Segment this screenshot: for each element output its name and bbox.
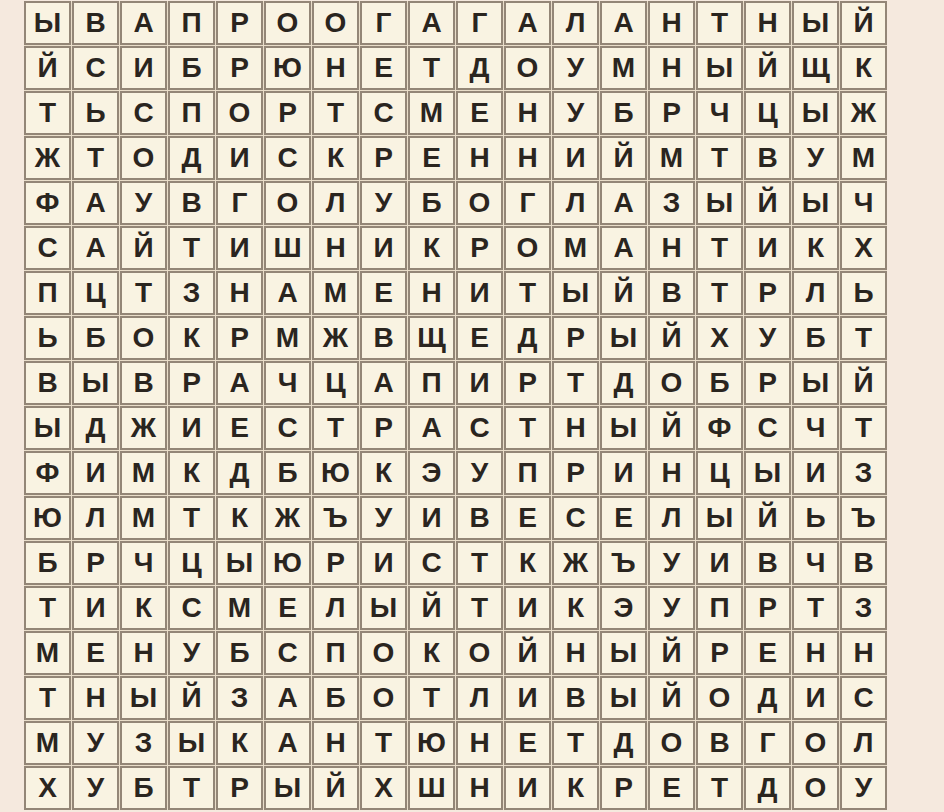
grid-cell[interactable]: Ю	[264, 541, 311, 585]
grid-cell[interactable]: Й	[120, 226, 167, 270]
grid-cell[interactable]: П	[24, 271, 71, 315]
grid-cell[interactable]: И	[504, 676, 551, 720]
grid-cell[interactable]: Ы	[264, 766, 311, 810]
grid-cell[interactable]: И	[552, 136, 599, 180]
grid-cell[interactable]: Ы	[792, 1, 839, 45]
grid-cell[interactable]: Т	[552, 721, 599, 765]
grid-cell[interactable]: Х	[696, 316, 743, 360]
grid-cell[interactable]: Р	[360, 406, 407, 450]
grid-cell[interactable]: И	[408, 496, 455, 540]
grid-cell[interactable]: Н	[312, 46, 359, 90]
grid-cell[interactable]: И	[360, 541, 407, 585]
grid-cell[interactable]: О	[216, 91, 263, 135]
grid-cell[interactable]: И	[600, 451, 647, 495]
grid-cell[interactable]: Ы	[792, 181, 839, 225]
grid-cell[interactable]: Ы	[552, 271, 599, 315]
grid-cell[interactable]: Ч	[840, 181, 887, 225]
grid-cell[interactable]: Б	[696, 361, 743, 405]
grid-cell[interactable]: З	[648, 181, 695, 225]
grid-cell[interactable]: Т	[360, 721, 407, 765]
grid-cell[interactable]: А	[408, 406, 455, 450]
grid-cell[interactable]: Т	[120, 271, 167, 315]
grid-cell[interactable]: Н	[504, 91, 551, 135]
grid-cell[interactable]: П	[408, 361, 455, 405]
grid-cell[interactable]: Ы	[696, 181, 743, 225]
grid-cell[interactable]: О	[792, 721, 839, 765]
grid-cell[interactable]: К	[312, 136, 359, 180]
grid-cell[interactable]: Т	[408, 46, 455, 90]
grid-cell[interactable]: И	[72, 451, 119, 495]
grid-cell[interactable]: Т	[456, 586, 503, 630]
grid-cell[interactable]: Н	[792, 631, 839, 675]
grid-cell[interactable]: Т	[696, 271, 743, 315]
grid-cell[interactable]: Н	[840, 631, 887, 675]
grid-cell[interactable]: Н	[456, 721, 503, 765]
grid-cell[interactable]: Р	[72, 541, 119, 585]
grid-cell[interactable]: Ч	[792, 406, 839, 450]
grid-cell[interactable]: К	[552, 586, 599, 630]
grid-cell[interactable]: У	[72, 721, 119, 765]
grid-cell[interactable]: Ж	[120, 406, 167, 450]
grid-cell[interactable]: Г	[504, 181, 551, 225]
grid-cell[interactable]: И	[696, 541, 743, 585]
grid-cell[interactable]: Й	[648, 316, 695, 360]
grid-cell[interactable]: В	[456, 496, 503, 540]
grid-cell[interactable]: У	[360, 496, 407, 540]
grid-cell[interactable]: С	[456, 406, 503, 450]
grid-cell[interactable]: Н	[648, 1, 695, 45]
grid-cell[interactable]: Ц	[72, 271, 119, 315]
grid-cell[interactable]: Й	[648, 631, 695, 675]
grid-cell[interactable]: И	[72, 586, 119, 630]
grid-cell[interactable]: М	[120, 451, 167, 495]
grid-cell[interactable]: Г	[744, 721, 791, 765]
grid-cell[interactable]: Б	[600, 91, 647, 135]
grid-cell[interactable]: Й	[600, 271, 647, 315]
grid-cell[interactable]: Т	[408, 676, 455, 720]
grid-cell[interactable]: Ы	[24, 1, 71, 45]
grid-cell[interactable]: Ы	[120, 676, 167, 720]
grid-cell[interactable]: Д	[72, 406, 119, 450]
grid-cell[interactable]: Н	[552, 406, 599, 450]
grid-cell[interactable]: Л	[456, 676, 503, 720]
grid-cell[interactable]: В	[120, 361, 167, 405]
grid-cell[interactable]: Д	[744, 766, 791, 810]
grid-cell[interactable]: И	[456, 361, 503, 405]
grid-cell[interactable]: Ч	[792, 541, 839, 585]
grid-cell[interactable]: У	[552, 46, 599, 90]
grid-cell[interactable]: Н	[744, 1, 791, 45]
grid-cell[interactable]: З	[216, 676, 263, 720]
grid-cell[interactable]: Т	[504, 406, 551, 450]
grid-cell[interactable]: Н	[552, 631, 599, 675]
grid-cell[interactable]: Б	[216, 631, 263, 675]
grid-cell[interactable]: С	[840, 676, 887, 720]
grid-cell[interactable]: С	[168, 586, 215, 630]
grid-cell[interactable]: Ы	[168, 721, 215, 765]
grid-cell[interactable]: Р	[744, 586, 791, 630]
grid-cell[interactable]: С	[72, 46, 119, 90]
grid-cell[interactable]: Н	[312, 226, 359, 270]
grid-cell[interactable]: Ч	[264, 361, 311, 405]
grid-cell[interactable]: Р	[264, 91, 311, 135]
grid-cell[interactable]: Й	[504, 631, 551, 675]
grid-cell[interactable]: Е	[504, 496, 551, 540]
grid-cell[interactable]: Д	[216, 451, 263, 495]
grid-cell[interactable]: Ы	[744, 451, 791, 495]
grid-cell[interactable]: М	[264, 316, 311, 360]
grid-cell[interactable]: Ш	[408, 766, 455, 810]
grid-cell[interactable]: Т	[840, 406, 887, 450]
grid-cell[interactable]: Т	[696, 226, 743, 270]
grid-cell[interactable]: Б	[72, 316, 119, 360]
grid-cell[interactable]: З	[120, 721, 167, 765]
grid-cell[interactable]: Н	[456, 766, 503, 810]
grid-cell[interactable]: А	[264, 271, 311, 315]
grid-cell[interactable]: Т	[72, 136, 119, 180]
grid-cell[interactable]: Ь	[840, 271, 887, 315]
grid-cell[interactable]: И	[504, 766, 551, 810]
grid-cell[interactable]: О	[648, 721, 695, 765]
grid-cell[interactable]: Р	[744, 271, 791, 315]
grid-cell[interactable]: Н	[648, 46, 695, 90]
grid-cell[interactable]: Ы	[696, 496, 743, 540]
grid-cell[interactable]: Ц	[744, 91, 791, 135]
grid-cell[interactable]: М	[312, 271, 359, 315]
grid-cell[interactable]: З	[840, 586, 887, 630]
grid-cell[interactable]: Й	[168, 676, 215, 720]
grid-cell[interactable]: П	[696, 586, 743, 630]
grid-cell[interactable]: У	[120, 181, 167, 225]
grid-cell[interactable]: Ы	[696, 46, 743, 90]
grid-cell[interactable]: Т	[696, 766, 743, 810]
grid-cell[interactable]: С	[24, 226, 71, 270]
grid-cell[interactable]: Э	[600, 586, 647, 630]
grid-cell[interactable]: У	[168, 631, 215, 675]
grid-cell[interactable]: Е	[72, 631, 119, 675]
grid-cell[interactable]: Р	[552, 451, 599, 495]
grid-cell[interactable]: С	[552, 496, 599, 540]
grid-cell[interactable]: К	[552, 766, 599, 810]
grid-cell[interactable]: Й	[648, 406, 695, 450]
grid-cell[interactable]: Ч	[696, 91, 743, 135]
grid-cell[interactable]: М	[216, 586, 263, 630]
grid-cell[interactable]: Й	[600, 136, 647, 180]
grid-cell[interactable]: А	[264, 721, 311, 765]
grid-cell[interactable]: Т	[552, 361, 599, 405]
grid-cell[interactable]: О	[456, 631, 503, 675]
grid-cell[interactable]: Ь	[72, 91, 119, 135]
grid-cell[interactable]: В	[744, 136, 791, 180]
grid-cell[interactable]: И	[792, 676, 839, 720]
grid-cell[interactable]: Р	[360, 136, 407, 180]
grid-cell[interactable]: М	[552, 226, 599, 270]
grid-cell[interactable]: Т	[168, 496, 215, 540]
grid-cell[interactable]: А	[72, 181, 119, 225]
grid-cell[interactable]: Щ	[792, 46, 839, 90]
grid-cell[interactable]: Р	[216, 316, 263, 360]
grid-cell[interactable]: Ы	[216, 541, 263, 585]
grid-cell[interactable]: Л	[792, 271, 839, 315]
grid-cell[interactable]: Н	[72, 676, 119, 720]
grid-cell[interactable]: А	[600, 1, 647, 45]
grid-cell[interactable]: И	[744, 226, 791, 270]
grid-cell[interactable]: Ц	[696, 451, 743, 495]
grid-cell[interactable]: В	[168, 181, 215, 225]
grid-cell[interactable]: О	[504, 46, 551, 90]
grid-cell[interactable]: Ъ	[600, 541, 647, 585]
grid-cell[interactable]: Т	[504, 271, 551, 315]
grid-cell[interactable]: В	[552, 676, 599, 720]
grid-cell[interactable]: К	[216, 721, 263, 765]
grid-cell[interactable]: Ы	[72, 361, 119, 405]
grid-cell[interactable]: М	[648, 136, 695, 180]
grid-cell[interactable]: Х	[360, 766, 407, 810]
grid-cell[interactable]: Ж	[312, 316, 359, 360]
grid-cell[interactable]: А	[216, 361, 263, 405]
grid-cell[interactable]: Т	[168, 766, 215, 810]
grid-cell[interactable]: К	[120, 586, 167, 630]
grid-cell[interactable]: Ь	[24, 316, 71, 360]
grid-cell[interactable]: Е	[456, 316, 503, 360]
grid-cell[interactable]: Л	[72, 496, 119, 540]
grid-cell[interactable]: Г	[216, 181, 263, 225]
grid-cell[interactable]: И	[168, 406, 215, 450]
grid-cell[interactable]: С	[408, 541, 455, 585]
grid-cell[interactable]: Б	[792, 316, 839, 360]
grid-cell[interactable]: Ш	[264, 226, 311, 270]
grid-cell[interactable]: Ы	[600, 406, 647, 450]
grid-cell[interactable]: С	[264, 631, 311, 675]
grid-cell[interactable]: Ъ	[312, 496, 359, 540]
grid-cell[interactable]: В	[696, 721, 743, 765]
grid-cell[interactable]: К	[408, 631, 455, 675]
grid-cell[interactable]: Т	[312, 406, 359, 450]
grid-cell[interactable]: А	[72, 226, 119, 270]
grid-cell[interactable]: Т	[24, 676, 71, 720]
grid-cell[interactable]: П	[168, 1, 215, 45]
grid-cell[interactable]: К	[408, 226, 455, 270]
grid-cell[interactable]: Д	[600, 721, 647, 765]
grid-cell[interactable]: Т	[24, 586, 71, 630]
grid-cell[interactable]: Б	[24, 541, 71, 585]
grid-cell[interactable]: К	[360, 451, 407, 495]
grid-cell[interactable]: П	[168, 91, 215, 135]
grid-cell[interactable]: Й	[840, 361, 887, 405]
grid-cell[interactable]: З	[840, 451, 887, 495]
grid-cell[interactable]: И	[216, 226, 263, 270]
grid-cell[interactable]: Ю	[408, 721, 455, 765]
grid-cell[interactable]: Х	[840, 226, 887, 270]
grid-cell[interactable]: К	[168, 451, 215, 495]
grid-cell[interactable]: Р	[312, 541, 359, 585]
grid-cell[interactable]: М	[120, 496, 167, 540]
grid-cell[interactable]: Н	[408, 271, 455, 315]
grid-cell[interactable]: А	[600, 226, 647, 270]
grid-cell[interactable]: Ж	[840, 91, 887, 135]
grid-cell[interactable]: И	[504, 586, 551, 630]
grid-cell[interactable]: Ж	[24, 136, 71, 180]
grid-cell[interactable]: И	[120, 46, 167, 90]
grid-cell[interactable]: У	[792, 136, 839, 180]
grid-cell[interactable]: О	[696, 676, 743, 720]
grid-cell[interactable]: Ы	[360, 586, 407, 630]
grid-cell[interactable]: Ф	[696, 406, 743, 450]
grid-cell[interactable]: Т	[792, 586, 839, 630]
grid-cell[interactable]: Т	[456, 541, 503, 585]
grid-cell[interactable]: Л	[312, 586, 359, 630]
grid-cell[interactable]: А	[360, 361, 407, 405]
grid-cell[interactable]: Й	[744, 496, 791, 540]
grid-cell[interactable]: Ц	[168, 541, 215, 585]
grid-cell[interactable]: Н	[648, 226, 695, 270]
grid-cell[interactable]: У	[72, 766, 119, 810]
grid-cell[interactable]: Д	[744, 676, 791, 720]
grid-cell[interactable]: И	[792, 451, 839, 495]
grid-cell[interactable]: Й	[24, 46, 71, 90]
grid-cell[interactable]: С	[360, 91, 407, 135]
grid-cell[interactable]: Т	[312, 91, 359, 135]
grid-cell[interactable]: Р	[744, 361, 791, 405]
grid-cell[interactable]: Ю	[312, 451, 359, 495]
grid-cell[interactable]: Б	[312, 676, 359, 720]
grid-cell[interactable]: Щ	[408, 316, 455, 360]
grid-cell[interactable]: Э	[408, 451, 455, 495]
grid-cell[interactable]: Ы	[600, 316, 647, 360]
grid-cell[interactable]: Н	[504, 136, 551, 180]
grid-cell[interactable]: Ъ	[840, 496, 887, 540]
grid-cell[interactable]: О	[360, 631, 407, 675]
grid-cell[interactable]: С	[120, 91, 167, 135]
grid-cell[interactable]: Г	[360, 1, 407, 45]
grid-cell[interactable]: Е	[264, 586, 311, 630]
grid-cell[interactable]: О	[504, 226, 551, 270]
grid-cell[interactable]: А	[600, 181, 647, 225]
grid-cell[interactable]: Р	[168, 361, 215, 405]
grid-cell[interactable]: А	[408, 1, 455, 45]
grid-cell[interactable]: Д	[456, 46, 503, 90]
grid-cell[interactable]: Н	[120, 631, 167, 675]
grid-cell[interactable]: Б	[168, 46, 215, 90]
grid-cell[interactable]: Е	[360, 46, 407, 90]
grid-cell[interactable]: Е	[600, 496, 647, 540]
grid-cell[interactable]: Й	[312, 766, 359, 810]
grid-cell[interactable]: К	[168, 316, 215, 360]
grid-cell[interactable]: М	[408, 91, 455, 135]
grid-cell[interactable]: А	[264, 676, 311, 720]
grid-cell[interactable]: Б	[408, 181, 455, 225]
grid-cell[interactable]: В	[24, 361, 71, 405]
grid-cell[interactable]: Л	[312, 181, 359, 225]
grid-cell[interactable]: У	[552, 91, 599, 135]
grid-cell[interactable]: Б	[264, 451, 311, 495]
grid-cell[interactable]: П	[312, 631, 359, 675]
grid-cell[interactable]: О	[456, 181, 503, 225]
grid-cell[interactable]: Н	[648, 451, 695, 495]
grid-cell[interactable]: З	[168, 271, 215, 315]
grid-cell[interactable]: Р	[600, 766, 647, 810]
grid-cell[interactable]: Г	[456, 1, 503, 45]
grid-cell[interactable]: Ю	[24, 496, 71, 540]
grid-cell[interactable]: Е	[456, 91, 503, 135]
grid-cell[interactable]: О	[792, 766, 839, 810]
grid-cell[interactable]: Т	[168, 226, 215, 270]
grid-cell[interactable]: Е	[408, 136, 455, 180]
grid-cell[interactable]: Д	[168, 136, 215, 180]
grid-cell[interactable]: К	[792, 226, 839, 270]
grid-cell[interactable]: С	[264, 406, 311, 450]
grid-cell[interactable]: О	[360, 676, 407, 720]
grid-cell[interactable]: Т	[696, 136, 743, 180]
grid-cell[interactable]: В	[72, 1, 119, 45]
grid-cell[interactable]: Д	[600, 361, 647, 405]
grid-cell[interactable]: У	[648, 586, 695, 630]
grid-cell[interactable]: У	[840, 766, 887, 810]
grid-cell[interactable]: М	[24, 721, 71, 765]
grid-cell[interactable]: Й	[840, 1, 887, 45]
grid-cell[interactable]: К	[504, 541, 551, 585]
grid-cell[interactable]: Т	[696, 1, 743, 45]
grid-cell[interactable]: Й	[744, 46, 791, 90]
grid-cell[interactable]: Й	[744, 181, 791, 225]
grid-cell[interactable]: О	[120, 316, 167, 360]
grid-cell[interactable]: Л	[840, 721, 887, 765]
grid-cell[interactable]: Н	[456, 136, 503, 180]
grid-cell[interactable]: Р	[216, 766, 263, 810]
grid-cell[interactable]: У	[744, 316, 791, 360]
grid-cell[interactable]: Р	[504, 361, 551, 405]
grid-cell[interactable]: М	[24, 631, 71, 675]
grid-cell[interactable]: Ы	[792, 361, 839, 405]
grid-cell[interactable]: О	[312, 1, 359, 45]
grid-cell[interactable]: Й	[648, 676, 695, 720]
grid-cell[interactable]: Ы	[792, 91, 839, 135]
grid-cell[interactable]: Ь	[792, 496, 839, 540]
grid-cell[interactable]: Ф	[24, 451, 71, 495]
grid-cell[interactable]: Н	[216, 271, 263, 315]
grid-cell[interactable]: Ч	[120, 541, 167, 585]
grid-cell[interactable]: У	[648, 541, 695, 585]
grid-cell[interactable]: Б	[120, 766, 167, 810]
grid-cell[interactable]: Ц	[312, 361, 359, 405]
grid-cell[interactable]: О	[120, 136, 167, 180]
grid-cell[interactable]: Ж	[552, 541, 599, 585]
grid-cell[interactable]: А	[504, 1, 551, 45]
grid-cell[interactable]: Ф	[24, 181, 71, 225]
grid-cell[interactable]: Ю	[264, 46, 311, 90]
grid-cell[interactable]: В	[648, 271, 695, 315]
grid-cell[interactable]: О	[648, 361, 695, 405]
grid-cell[interactable]: И	[360, 226, 407, 270]
grid-cell[interactable]: А	[120, 1, 167, 45]
grid-cell[interactable]: Е	[648, 766, 695, 810]
grid-cell[interactable]: К	[216, 496, 263, 540]
grid-cell[interactable]: Р	[696, 631, 743, 675]
grid-cell[interactable]: С	[744, 406, 791, 450]
grid-cell[interactable]: Т	[24, 91, 71, 135]
grid-cell[interactable]: О	[264, 1, 311, 45]
grid-cell[interactable]: П	[504, 451, 551, 495]
grid-cell[interactable]: Ы	[24, 406, 71, 450]
grid-cell[interactable]: Л	[552, 181, 599, 225]
grid-cell[interactable]: О	[264, 181, 311, 225]
grid-cell[interactable]: Р	[216, 1, 263, 45]
grid-cell[interactable]: Е	[360, 271, 407, 315]
grid-cell[interactable]: Е	[744, 631, 791, 675]
grid-cell[interactable]: В	[360, 316, 407, 360]
grid-cell[interactable]: У	[360, 181, 407, 225]
grid-cell[interactable]: И	[216, 136, 263, 180]
